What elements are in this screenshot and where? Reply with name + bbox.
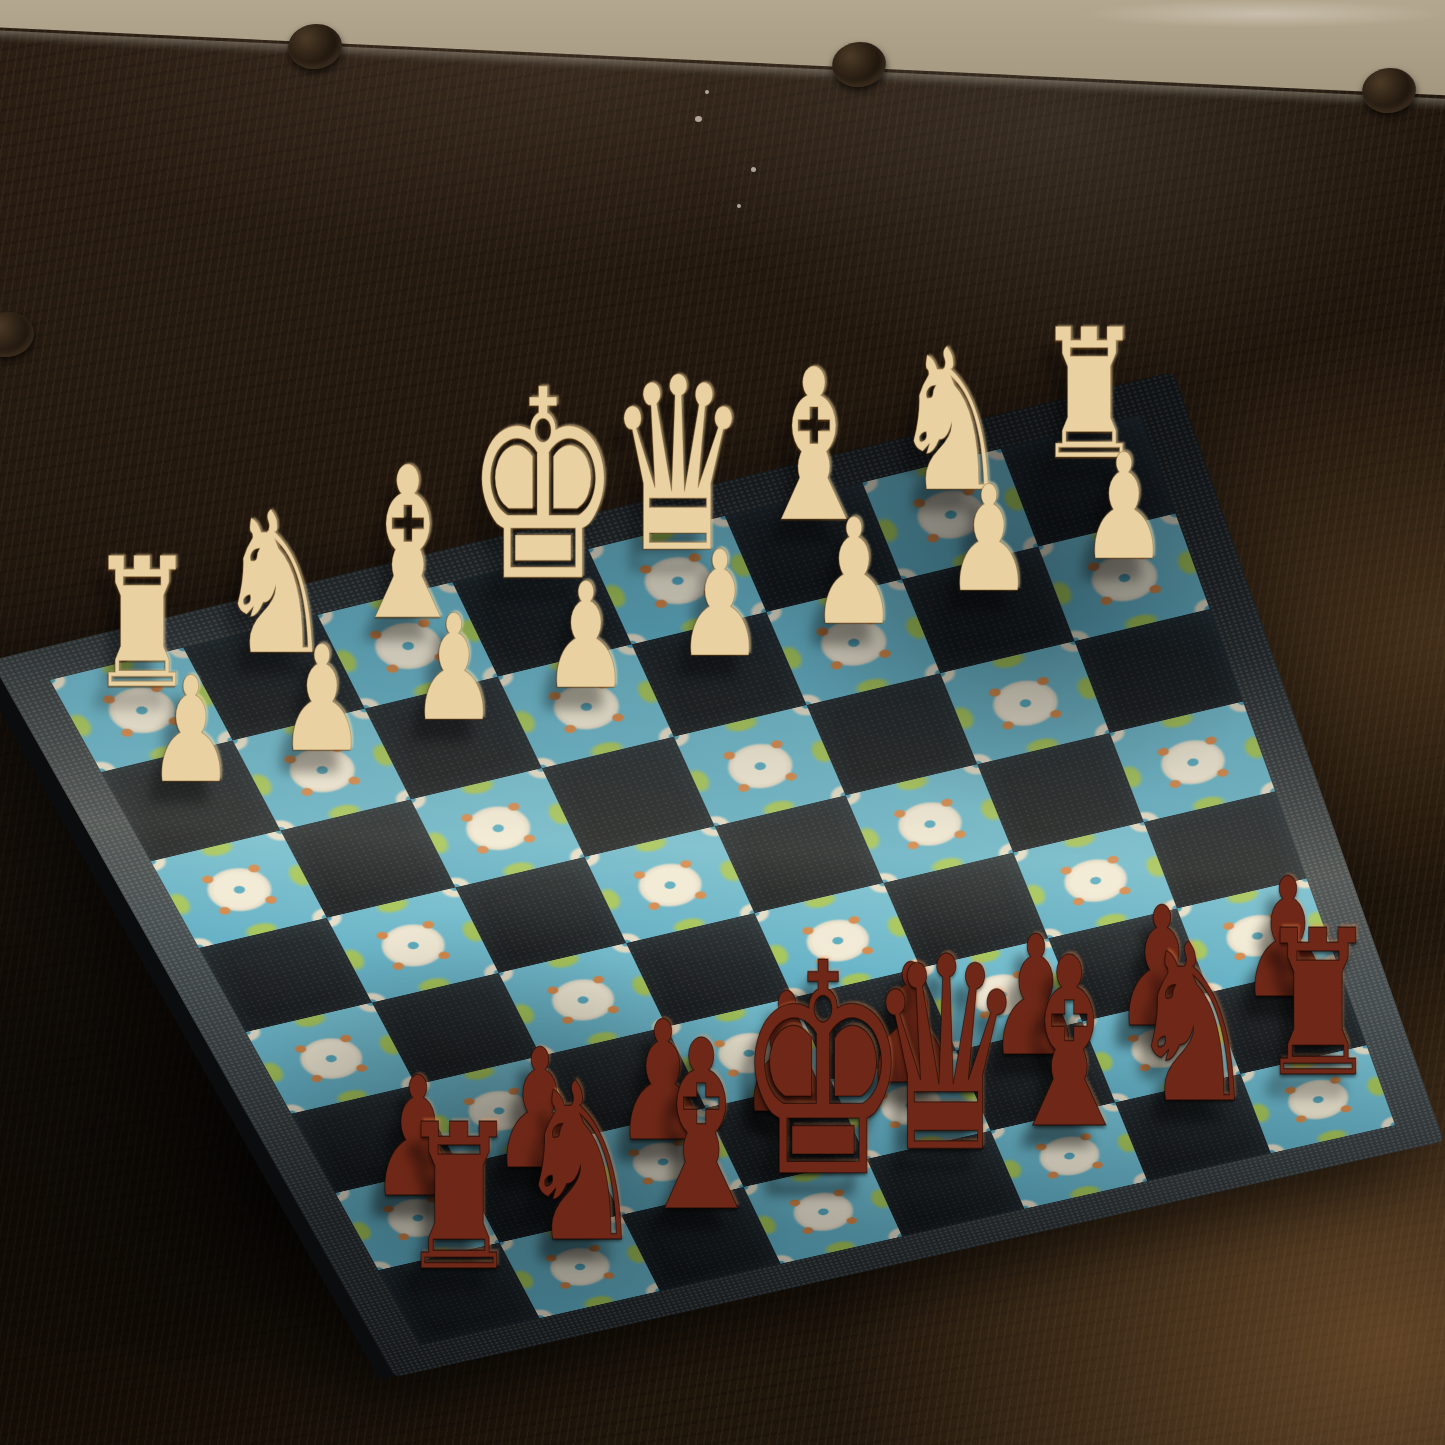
black-bishop[interactable]: ♝ <box>631 1010 771 1245</box>
paint-speck <box>705 90 709 94</box>
white-pawn[interactable]: ♟ <box>945 467 1032 613</box>
black-rook[interactable]: ♜ <box>1258 902 1378 1103</box>
white-pawn[interactable]: ♟ <box>279 627 366 773</box>
white-pawn[interactable]: ♟ <box>543 564 630 710</box>
photo-stage: ♜♟♟♜♞♟♟♞♝♟♟♝♛♟♟♛♚♟♟♚♝♟♟♝♞♟♟♞♜♟♟♜ <box>0 0 1445 1445</box>
white-pawn[interactable]: ♟ <box>1081 435 1168 581</box>
black-knight[interactable]: ♞ <box>515 1054 645 1272</box>
paint-speck <box>695 116 702 122</box>
black-rook[interactable]: ♜ <box>399 1097 519 1298</box>
white-pawn[interactable]: ♟ <box>676 532 763 678</box>
black-knight[interactable]: ♞ <box>1128 915 1258 1133</box>
white-pawn[interactable]: ♟ <box>410 595 497 741</box>
white-pawn[interactable]: ♟ <box>148 658 235 804</box>
paint-speck <box>737 204 741 208</box>
white-pawn[interactable]: ♟ <box>810 500 897 646</box>
paint-speck <box>751 167 756 172</box>
